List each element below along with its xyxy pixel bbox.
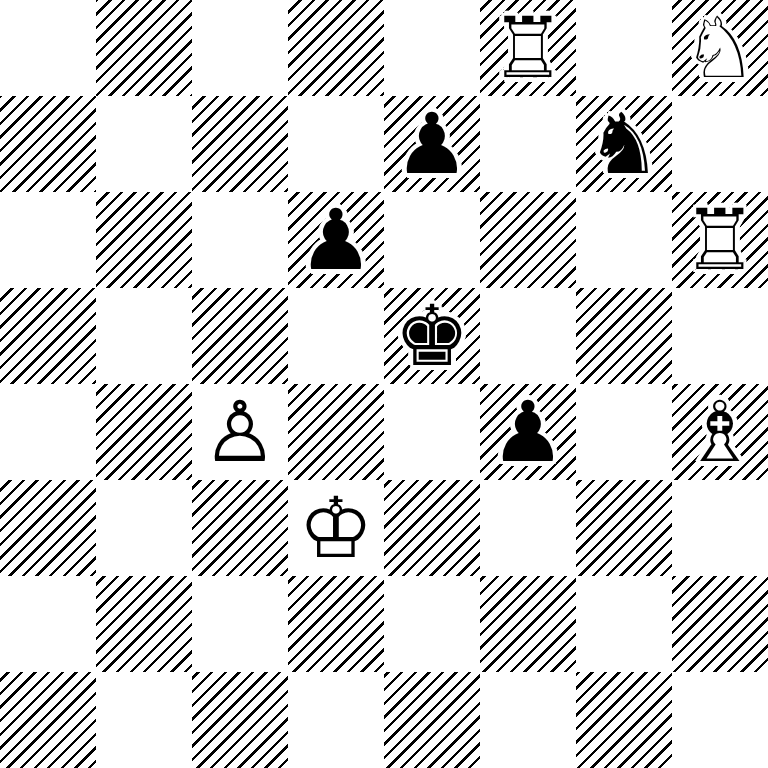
square-f6[interactable]: [480, 192, 576, 288]
piece-glyph: ♘: [672, 0, 768, 96]
square-g8[interactable]: [576, 0, 672, 96]
square-a3[interactable]: [0, 480, 96, 576]
square-b2[interactable]: [96, 576, 192, 672]
square-b6[interactable]: [96, 192, 192, 288]
square-h8[interactable]: ♞♘: [672, 0, 768, 96]
square-a7[interactable]: [0, 96, 96, 192]
square-b4[interactable]: [96, 384, 192, 480]
piece-glyph: ♗: [672, 384, 768, 480]
square-a6[interactable]: [0, 192, 96, 288]
white-rook-f8[interactable]: ♜♖: [480, 0, 576, 96]
square-g4[interactable]: [576, 384, 672, 480]
black-pawn-f4[interactable]: ♟♟: [480, 384, 576, 480]
piece-glyph: ♞: [576, 96, 672, 192]
piece-glyph: ♟: [480, 384, 576, 480]
square-h2[interactable]: [672, 576, 768, 672]
square-d7[interactable]: [288, 96, 384, 192]
square-h7[interactable]: [672, 96, 768, 192]
square-c8[interactable]: [192, 0, 288, 96]
square-e5[interactable]: ♚♚: [384, 288, 480, 384]
square-e3[interactable]: [384, 480, 480, 576]
square-a5[interactable]: [0, 288, 96, 384]
square-d3[interactable]: ♚♔: [288, 480, 384, 576]
square-a2[interactable]: [0, 576, 96, 672]
black-knight-g7[interactable]: ♞♞: [576, 96, 672, 192]
piece-glyph: ♖: [672, 192, 768, 288]
square-b3[interactable]: [96, 480, 192, 576]
square-f8[interactable]: ♜♖: [480, 0, 576, 96]
square-h4[interactable]: ♝♗: [672, 384, 768, 480]
square-g3[interactable]: [576, 480, 672, 576]
piece-glyph: ♖: [480, 0, 576, 96]
square-d8[interactable]: [288, 0, 384, 96]
square-f3[interactable]: [480, 480, 576, 576]
square-g7[interactable]: ♞♞: [576, 96, 672, 192]
square-e2[interactable]: [384, 576, 480, 672]
square-f5[interactable]: [480, 288, 576, 384]
piece-glyph: ♟: [288, 192, 384, 288]
square-e7[interactable]: ♟♟: [384, 96, 480, 192]
black-pawn-d6[interactable]: ♟♟: [288, 192, 384, 288]
square-c3[interactable]: [192, 480, 288, 576]
square-g5[interactable]: [576, 288, 672, 384]
white-rook-h6[interactable]: ♜♖: [672, 192, 768, 288]
piece-glyph: ♚: [384, 288, 480, 384]
square-h6[interactable]: ♜♖: [672, 192, 768, 288]
white-knight-h8[interactable]: ♞♘: [672, 0, 768, 96]
white-bishop-h4[interactable]: ♝♗: [672, 384, 768, 480]
square-e6[interactable]: [384, 192, 480, 288]
square-f1[interactable]: [480, 672, 576, 768]
white-king-d3[interactable]: ♚♔: [288, 480, 384, 576]
square-g6[interactable]: [576, 192, 672, 288]
square-a8[interactable]: [0, 0, 96, 96]
square-b5[interactable]: [96, 288, 192, 384]
square-d2[interactable]: [288, 576, 384, 672]
square-e8[interactable]: [384, 0, 480, 96]
square-c2[interactable]: [192, 576, 288, 672]
square-c6[interactable]: [192, 192, 288, 288]
square-d5[interactable]: [288, 288, 384, 384]
square-c5[interactable]: [192, 288, 288, 384]
square-b1[interactable]: [96, 672, 192, 768]
piece-glyph: ♙: [192, 384, 288, 480]
square-f4[interactable]: ♟♟: [480, 384, 576, 480]
square-h1[interactable]: [672, 672, 768, 768]
white-pawn-c4[interactable]: ♟♙: [192, 384, 288, 480]
square-d1[interactable]: [288, 672, 384, 768]
square-g1[interactable]: [576, 672, 672, 768]
square-f2[interactable]: [480, 576, 576, 672]
piece-glyph: ♔: [288, 480, 384, 576]
square-f7[interactable]: [480, 96, 576, 192]
square-g2[interactable]: [576, 576, 672, 672]
chess-board: ♜♖♞♘♟♟♞♞♟♟♜♖♚♚♟♙♟♟♝♗♚♔: [0, 0, 768, 768]
black-king-e5[interactable]: ♚♚: [384, 288, 480, 384]
square-a1[interactable]: [0, 672, 96, 768]
square-e1[interactable]: [384, 672, 480, 768]
square-c4[interactable]: ♟♙: [192, 384, 288, 480]
black-pawn-e7[interactable]: ♟♟: [384, 96, 480, 192]
square-h3[interactable]: [672, 480, 768, 576]
square-e4[interactable]: [384, 384, 480, 480]
square-d6[interactable]: ♟♟: [288, 192, 384, 288]
square-b7[interactable]: [96, 96, 192, 192]
square-c1[interactable]: [192, 672, 288, 768]
square-c7[interactable]: [192, 96, 288, 192]
square-b8[interactable]: [96, 0, 192, 96]
square-h5[interactable]: [672, 288, 768, 384]
square-d4[interactable]: [288, 384, 384, 480]
piece-glyph: ♟: [384, 96, 480, 192]
square-a4[interactable]: [0, 384, 96, 480]
